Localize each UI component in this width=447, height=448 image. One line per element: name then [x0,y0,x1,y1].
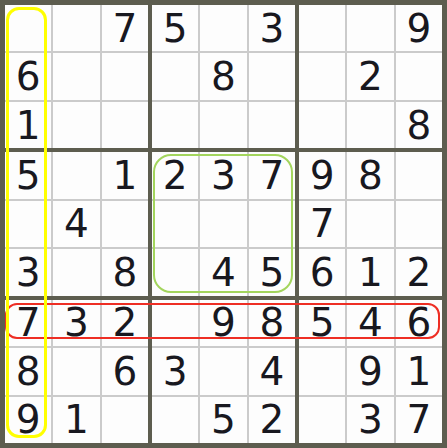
sudoku-board: 7615389285143823745987612732869198345254… [0,0,447,448]
cell-r1c9[interactable]: 9 [396,5,442,51]
cell-r4c8[interactable]: 8 [347,152,393,198]
cell-r8c9[interactable]: 1 [396,348,442,394]
box-1-3: 928 [299,5,442,148]
cell-r6c2[interactable] [53,249,99,295]
cell-r9c6[interactable]: 2 [249,397,295,443]
box-3-3: 5469137 [299,300,442,443]
cell-r8c1[interactable]: 8 [5,348,51,394]
cell-r3c1[interactable]: 1 [5,102,51,148]
cell-r7c1[interactable]: 7 [5,300,51,346]
cell-r2c7[interactable] [299,53,345,99]
cell-r7c5[interactable]: 9 [200,300,246,346]
cell-r9c7[interactable] [299,397,345,443]
cell-r8c5[interactable] [200,348,246,394]
cell-r3c7[interactable] [299,102,345,148]
cell-r7c7[interactable]: 5 [299,300,345,346]
cell-r6c7[interactable]: 6 [299,249,345,295]
cell-r5c2[interactable]: 4 [53,201,99,247]
cell-r1c2[interactable] [53,5,99,51]
cell-r5c3[interactable] [102,201,148,247]
cell-r5c5[interactable] [200,201,246,247]
cell-r4c3[interactable]: 1 [102,152,148,198]
box-1-1: 761 [5,5,148,148]
cell-r2c2[interactable] [53,53,99,99]
cell-r3c4[interactable] [152,102,198,148]
cell-r3c9[interactable]: 8 [396,102,442,148]
cell-r1c8[interactable] [347,5,393,51]
cell-r6c3[interactable]: 8 [102,249,148,295]
cell-r1c6[interactable]: 3 [249,5,295,51]
cell-r6c4[interactable] [152,249,198,295]
cell-r8c4[interactable]: 3 [152,348,198,394]
cell-r8c3[interactable]: 6 [102,348,148,394]
cell-r2c4[interactable] [152,53,198,99]
cell-r9c1[interactable]: 9 [5,397,51,443]
cell-r4c2[interactable] [53,152,99,198]
cell-r8c7[interactable] [299,348,345,394]
box-2-3: 987612 [299,152,442,295]
box-3-1: 7328691 [5,300,148,443]
cell-r1c3[interactable]: 7 [102,5,148,51]
cell-r7c6[interactable]: 8 [249,300,295,346]
cell-r7c8[interactable]: 4 [347,300,393,346]
cell-r5c7[interactable]: 7 [299,201,345,247]
cell-r3c5[interactable] [200,102,246,148]
cell-r8c8[interactable]: 9 [347,348,393,394]
box-3-2: 983452 [152,300,295,443]
cell-r3c8[interactable] [347,102,393,148]
cell-r9c2[interactable]: 1 [53,397,99,443]
cell-r3c6[interactable] [249,102,295,148]
cell-r3c2[interactable] [53,102,99,148]
cell-r2c3[interactable] [102,53,148,99]
cell-r8c2[interactable] [53,348,99,394]
cell-r9c3[interactable] [102,397,148,443]
cell-r5c9[interactable] [396,201,442,247]
cell-r6c6[interactable]: 5 [249,249,295,295]
cell-r9c5[interactable]: 5 [200,397,246,443]
cell-r7c9[interactable]: 6 [396,300,442,346]
cell-r4c5[interactable]: 3 [200,152,246,198]
cell-r6c9[interactable]: 2 [396,249,442,295]
cell-r7c4[interactable] [152,300,198,346]
box-1-2: 538 [152,5,295,148]
box-2-1: 51438 [5,152,148,295]
cell-r4c4[interactable]: 2 [152,152,198,198]
cell-r5c1[interactable] [5,201,51,247]
cell-r2c8[interactable]: 2 [347,53,393,99]
cell-r2c1[interactable]: 6 [5,53,51,99]
cell-r9c8[interactable]: 3 [347,397,393,443]
cell-r2c5[interactable]: 8 [200,53,246,99]
box-2-2: 23745 [152,152,295,295]
cell-r2c9[interactable] [396,53,442,99]
cell-r4c1[interactable]: 5 [5,152,51,198]
cell-r5c6[interactable] [249,201,295,247]
cell-r7c2[interactable]: 3 [53,300,99,346]
cell-r9c9[interactable]: 7 [396,397,442,443]
cell-r6c5[interactable]: 4 [200,249,246,295]
cell-r4c7[interactable]: 9 [299,152,345,198]
cell-r1c4[interactable]: 5 [152,5,198,51]
cell-r9c4[interactable] [152,397,198,443]
cell-r4c6[interactable]: 7 [249,152,295,198]
cell-r1c5[interactable] [200,5,246,51]
cell-r7c3[interactable]: 2 [102,300,148,346]
cell-r4c9[interactable] [396,152,442,198]
cell-r5c8[interactable] [347,201,393,247]
cell-r5c4[interactable] [152,201,198,247]
cell-r6c1[interactable]: 3 [5,249,51,295]
cell-r6c8[interactable]: 1 [347,249,393,295]
cell-r8c6[interactable]: 4 [249,348,295,394]
cell-r1c1[interactable] [5,5,51,51]
cell-r2c6[interactable] [249,53,295,99]
cell-r3c3[interactable] [102,102,148,148]
cell-r1c7[interactable] [299,5,345,51]
